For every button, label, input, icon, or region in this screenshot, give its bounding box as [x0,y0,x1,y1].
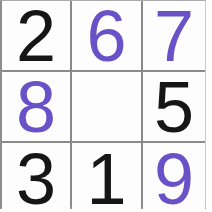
cell-r3c1[interactable]: 3 [2,143,70,212]
sudoku-screen: 2 6 7 8 5 3 1 9 [0,0,212,212]
sudoku-board: 2 6 7 8 5 3 1 9 [0,0,206,209]
cell-r3c3[interactable]: 9 [143,143,205,212]
cell-r2c2-empty[interactable] [72,72,141,141]
cell-r1c2[interactable]: 6 [72,1,141,70]
cell-r1c1[interactable]: 2 [2,1,70,70]
cell-r1c3[interactable]: 7 [143,1,205,70]
cell-r2c1[interactable]: 8 [2,72,70,141]
cell-r3c2[interactable]: 1 [72,143,141,212]
cell-r2c3[interactable]: 5 [143,72,205,141]
